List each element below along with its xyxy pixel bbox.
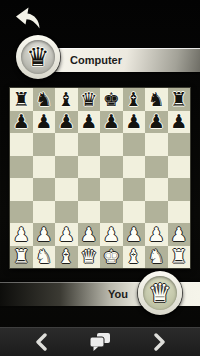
- square-h5[interactable]: [168, 156, 191, 179]
- next-move-button[interactable]: [144, 330, 174, 354]
- square-h8[interactable]: ♜: [168, 88, 191, 111]
- square-h7[interactable]: ♟: [168, 111, 191, 134]
- bottom-toolbar: [0, 327, 200, 356]
- square-g6[interactable]: [145, 133, 168, 156]
- black-king: ♚: [103, 90, 120, 109]
- square-d8[interactable]: ♛: [78, 88, 101, 111]
- white-pawn: ♟: [103, 225, 120, 244]
- square-c7[interactable]: ♟: [55, 111, 78, 134]
- black-queen-icon: ♛: [26, 40, 49, 74]
- square-g5[interactable]: [145, 156, 168, 179]
- square-d1[interactable]: ♛: [78, 246, 101, 269]
- square-b3[interactable]: [33, 201, 56, 224]
- chat-button[interactable]: [85, 330, 115, 354]
- square-d5[interactable]: [78, 156, 101, 179]
- square-c4[interactable]: [55, 178, 78, 201]
- chess-app-screen: Computer ♛ ♜♞♝♛♚♝♞♜♟♟♟♟♟♟♟♟♟♟♟♟♟♟♟♟♜♞♝♛♚…: [0, 0, 200, 356]
- back-button[interactable]: [10, 4, 46, 34]
- white-rook: ♜: [13, 247, 30, 266]
- square-h1[interactable]: ♜: [168, 246, 191, 269]
- square-c1[interactable]: ♝: [55, 246, 78, 269]
- white-bishop: ♝: [125, 247, 142, 266]
- square-g8[interactable]: ♞: [145, 88, 168, 111]
- square-e1[interactable]: ♚: [100, 246, 123, 269]
- square-f2[interactable]: ♟: [123, 223, 146, 246]
- square-h2[interactable]: ♟: [168, 223, 191, 246]
- square-f6[interactable]: [123, 133, 146, 156]
- black-bishop: ♝: [58, 90, 75, 109]
- opponent-avatar: ♛: [16, 35, 60, 79]
- white-pawn: ♟: [125, 225, 142, 244]
- square-b2[interactable]: ♟: [33, 223, 56, 246]
- user-avatar-inner: ♛: [143, 276, 177, 310]
- square-c6[interactable]: [55, 133, 78, 156]
- black-pawn: ♟: [170, 112, 187, 131]
- square-f3[interactable]: [123, 201, 146, 224]
- square-b7[interactable]: ♟: [33, 111, 56, 134]
- square-a6[interactable]: [10, 133, 33, 156]
- square-g1[interactable]: ♞: [145, 246, 168, 269]
- square-g3[interactable]: [145, 201, 168, 224]
- square-a5[interactable]: [10, 156, 33, 179]
- white-pawn: ♟: [35, 225, 52, 244]
- white-pawn: ♟: [13, 225, 30, 244]
- square-c8[interactable]: ♝: [55, 88, 78, 111]
- white-queen: ♛: [80, 247, 97, 266]
- square-a3[interactable]: [10, 201, 33, 224]
- square-d6[interactable]: [78, 133, 101, 156]
- white-queen-icon: ♛: [148, 276, 171, 310]
- square-d4[interactable]: [78, 178, 101, 201]
- square-c3[interactable]: [55, 201, 78, 224]
- white-bishop: ♝: [58, 247, 75, 266]
- square-g2[interactable]: ♟: [145, 223, 168, 246]
- square-d2[interactable]: ♟: [78, 223, 101, 246]
- square-e4[interactable]: [100, 178, 123, 201]
- square-e5[interactable]: [100, 156, 123, 179]
- square-d3[interactable]: [78, 201, 101, 224]
- black-pawn: ♟: [148, 112, 165, 131]
- white-pawn: ♟: [58, 225, 75, 244]
- black-knight: ♞: [148, 90, 165, 109]
- square-d7[interactable]: ♟: [78, 111, 101, 134]
- chevron-left-icon: [35, 333, 48, 351]
- black-pawn: ♟: [125, 112, 142, 131]
- square-g4[interactable]: [145, 178, 168, 201]
- square-e2[interactable]: ♟: [100, 223, 123, 246]
- white-pawn: ♟: [170, 225, 187, 244]
- square-f1[interactable]: ♝: [123, 246, 146, 269]
- back-icon: [14, 7, 42, 31]
- square-a1[interactable]: ♜: [10, 246, 33, 269]
- square-b5[interactable]: [33, 156, 56, 179]
- square-a7[interactable]: ♟: [10, 111, 33, 134]
- black-pawn: ♟: [13, 112, 30, 131]
- previous-move-button[interactable]: [26, 330, 56, 354]
- white-pawn: ♟: [148, 225, 165, 244]
- square-e7[interactable]: ♟: [100, 111, 123, 134]
- square-a8[interactable]: ♜: [10, 88, 33, 111]
- square-h3[interactable]: [168, 201, 191, 224]
- white-rook: ♜: [170, 247, 187, 266]
- square-c5[interactable]: [55, 156, 78, 179]
- square-f4[interactable]: [123, 178, 146, 201]
- square-b1[interactable]: ♞: [33, 246, 56, 269]
- black-rook: ♜: [13, 90, 30, 109]
- square-h6[interactable]: [168, 133, 191, 156]
- square-b6[interactable]: [33, 133, 56, 156]
- black-pawn: ♟: [58, 112, 75, 131]
- black-knight: ♞: [35, 90, 52, 109]
- square-f5[interactable]: [123, 156, 146, 179]
- black-pawn: ♟: [103, 112, 120, 131]
- square-e6[interactable]: [100, 133, 123, 156]
- white-knight: ♞: [35, 247, 52, 266]
- black-queen: ♛: [80, 90, 97, 109]
- square-c2[interactable]: ♟: [55, 223, 78, 246]
- chat-icon: [88, 332, 112, 352]
- square-f8[interactable]: ♝: [123, 88, 146, 111]
- white-knight: ♞: [148, 247, 165, 266]
- square-a4[interactable]: [10, 178, 33, 201]
- user-name: You: [108, 288, 128, 300]
- black-pawn: ♟: [35, 112, 52, 131]
- black-bishop: ♝: [125, 90, 142, 109]
- white-pawn: ♟: [80, 225, 97, 244]
- white-king: ♚: [103, 247, 120, 266]
- black-pawn: ♟: [80, 112, 97, 131]
- square-b4[interactable]: [33, 178, 56, 201]
- black-rook: ♜: [170, 90, 187, 109]
- square-f7[interactable]: ♟: [123, 111, 146, 134]
- chess-board: ♜♞♝♛♚♝♞♜♟♟♟♟♟♟♟♟♟♟♟♟♟♟♟♟♜♞♝♛♚♝♞♜: [10, 88, 190, 268]
- square-g7[interactable]: ♟: [145, 111, 168, 134]
- square-h4[interactable]: [168, 178, 191, 201]
- square-b8[interactable]: ♞: [33, 88, 56, 111]
- user-avatar: ♛: [138, 271, 182, 315]
- opponent-avatar-inner: ♛: [21, 40, 55, 74]
- square-e3[interactable]: [100, 201, 123, 224]
- opponent-name: Computer: [70, 54, 122, 66]
- square-a2[interactable]: ♟: [10, 223, 33, 246]
- square-e8[interactable]: ♚: [100, 88, 123, 111]
- chevron-right-icon: [153, 333, 166, 351]
